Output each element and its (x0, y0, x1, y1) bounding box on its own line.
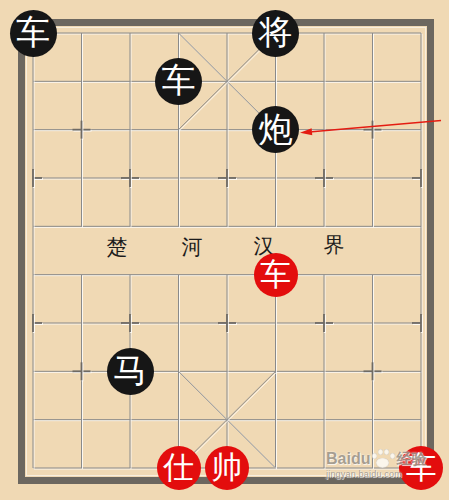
piece-black-chariot-1[interactable]: 车 (10, 10, 57, 57)
piece-black-chariot-2[interactable]: 车 (155, 58, 202, 105)
piece-red-advisor[interactable]: 仕 (157, 446, 201, 490)
piece-black-general[interactable]: 将 (252, 10, 299, 57)
piece-red-chariot-1[interactable]: 车 (254, 253, 298, 297)
piece-black-cannon[interactable]: 炮 (252, 106, 299, 153)
xiangqi-screenshot: 楚 河 汉 界 车将车炮车马仕帅车 Baidu 经验 jingyan.baidu… (0, 0, 449, 500)
river-char-chu: 楚 (107, 233, 128, 261)
board-grid (0, 0, 449, 500)
piece-red-general[interactable]: 帅 (205, 446, 249, 490)
river-char-he: 河 (182, 233, 203, 261)
river-char-jie: 界 (324, 231, 345, 259)
piece-red-chariot-2[interactable]: 车 (399, 446, 443, 490)
piece-black-horse[interactable]: 马 (107, 348, 154, 395)
